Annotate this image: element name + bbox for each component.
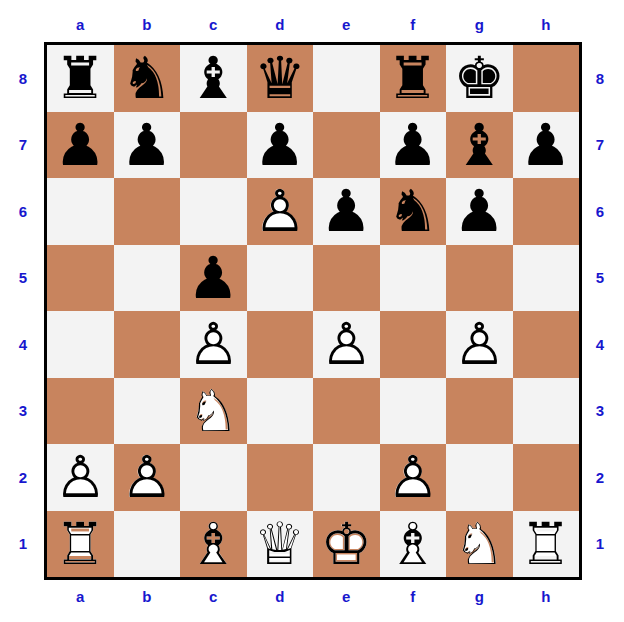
square-h3[interactable]: [513, 378, 580, 445]
piece-white-rook[interactable]: ♜♖: [520, 515, 572, 573]
square-d4[interactable]: [247, 311, 314, 378]
white-rook-outline-glyph: ♖: [54, 510, 106, 578]
white-knight-outline-glyph: ♘: [453, 510, 505, 578]
square-a5[interactable]: [47, 245, 114, 312]
rank-label-7: 7: [580, 112, 620, 179]
rank-label-4: 4: [2, 311, 44, 378]
piece-black-pawn[interactable]: ♟: [320, 182, 372, 240]
piece-black-king[interactable]: ♚: [453, 49, 505, 107]
piece-black-pawn[interactable]: ♟: [187, 249, 239, 307]
square-g3[interactable]: [446, 378, 513, 445]
square-d1[interactable]: ♛♕: [247, 511, 314, 578]
square-c6[interactable]: [180, 178, 247, 245]
rank-labels-right: 87654321: [580, 45, 620, 577]
piece-black-pawn[interactable]: ♟: [254, 116, 306, 174]
square-h1[interactable]: ♜♖: [513, 511, 580, 578]
piece-black-bishop[interactable]: ♝: [187, 49, 239, 107]
square-a6[interactable]: [47, 178, 114, 245]
rank-label-2: 2: [2, 444, 44, 511]
file-label-e: e: [313, 12, 380, 36]
square-d3[interactable]: [247, 378, 314, 445]
square-b1[interactable]: [114, 511, 181, 578]
square-d6[interactable]: ♟♙: [247, 178, 314, 245]
rank-label-3: 3: [580, 378, 620, 445]
piece-black-queen[interactable]: ♛: [254, 49, 306, 107]
white-knight-outline-glyph: ♘: [187, 377, 239, 445]
white-bishop-outline-glyph: ♗: [387, 510, 439, 578]
file-label-f: f: [380, 12, 447, 36]
piece-black-pawn[interactable]: ♟: [54, 116, 106, 174]
square-h4[interactable]: [513, 311, 580, 378]
square-f2[interactable]: ♟♙: [380, 444, 447, 511]
white-rook-outline-glyph: ♖: [520, 510, 572, 578]
square-d7[interactable]: ♟: [247, 112, 314, 179]
white-pawn-outline-glyph: ♙: [187, 310, 239, 378]
piece-black-knight[interactable]: ♞: [387, 182, 439, 240]
file-label-c: c: [180, 12, 247, 36]
piece-white-king[interactable]: ♚♔: [320, 515, 372, 573]
square-c1[interactable]: ♝♗: [180, 511, 247, 578]
rank-label-1: 1: [580, 511, 620, 578]
square-b7[interactable]: ♟: [114, 112, 181, 179]
square-e1[interactable]: ♚♔: [313, 511, 380, 578]
square-d8[interactable]: ♛: [247, 45, 314, 112]
piece-black-pawn[interactable]: ♟: [121, 116, 173, 174]
square-b4[interactable]: [114, 311, 181, 378]
rank-labels-left: 87654321: [2, 45, 44, 577]
square-a8[interactable]: ♜: [47, 45, 114, 112]
piece-white-knight[interactable]: ♞♘: [187, 382, 239, 440]
piece-black-pawn[interactable]: ♟: [453, 182, 505, 240]
piece-white-pawn[interactable]: ♟♙: [453, 315, 505, 373]
file-label-g: g: [446, 12, 513, 36]
piece-white-bishop[interactable]: ♝♗: [387, 515, 439, 573]
square-a7[interactable]: ♟: [47, 112, 114, 179]
square-c5[interactable]: ♟: [180, 245, 247, 312]
rank-label-7: 7: [2, 112, 44, 179]
square-c3[interactable]: ♞♘: [180, 378, 247, 445]
rank-label-8: 8: [580, 45, 620, 112]
white-pawn-outline-glyph: ♙: [387, 443, 439, 511]
file-label-g: g: [446, 584, 513, 608]
square-g6[interactable]: ♟: [446, 178, 513, 245]
square-f8[interactable]: ♜: [380, 45, 447, 112]
square-a4[interactable]: [47, 311, 114, 378]
file-labels-bottom: abcdefgh: [47, 584, 579, 608]
square-g5[interactable]: [446, 245, 513, 312]
white-pawn-outline-glyph: ♙: [320, 310, 372, 378]
square-e7[interactable]: [313, 112, 380, 179]
piece-white-pawn[interactable]: ♟♙: [187, 315, 239, 373]
piece-black-rook[interactable]: ♜: [387, 49, 439, 107]
square-f3[interactable]: [380, 378, 447, 445]
piece-black-knight[interactable]: ♞: [121, 49, 173, 107]
square-e5[interactable]: [313, 245, 380, 312]
rank-label-1: 1: [2, 511, 44, 578]
square-f6[interactable]: ♞: [380, 178, 447, 245]
square-f5[interactable]: [380, 245, 447, 312]
piece-white-pawn[interactable]: ♟♙: [54, 448, 106, 506]
white-king-outline-glyph: ♔: [320, 510, 372, 578]
square-e8[interactable]: [313, 45, 380, 112]
piece-white-queen[interactable]: ♛♕: [254, 515, 306, 573]
square-e3[interactable]: [313, 378, 380, 445]
file-label-d: d: [247, 584, 314, 608]
square-e4[interactable]: ♟♙: [313, 311, 380, 378]
chess-diagram: abcdefgh abcdefgh 87654321 87654321 ♜♞♝♛…: [0, 0, 624, 622]
rank-label-3: 3: [2, 378, 44, 445]
square-c7[interactable]: [180, 112, 247, 179]
square-b5[interactable]: [114, 245, 181, 312]
piece-white-pawn[interactable]: ♟♙: [320, 315, 372, 373]
file-label-h: h: [513, 12, 580, 36]
square-c2[interactable]: [180, 444, 247, 511]
piece-black-pawn[interactable]: ♟: [520, 116, 572, 174]
white-pawn-outline-glyph: ♙: [54, 443, 106, 511]
file-label-a: a: [47, 584, 114, 608]
square-h8[interactable]: [513, 45, 580, 112]
square-d2[interactable]: [247, 444, 314, 511]
square-h7[interactable]: ♟: [513, 112, 580, 179]
white-queen-outline-glyph: ♕: [254, 510, 306, 578]
piece-white-knight[interactable]: ♞♘: [453, 515, 505, 573]
piece-white-rook[interactable]: ♜♖: [54, 515, 106, 573]
square-b3[interactable]: [114, 378, 181, 445]
square-f4[interactable]: [380, 311, 447, 378]
square-b6[interactable]: [114, 178, 181, 245]
rank-label-6: 6: [580, 178, 620, 245]
white-pawn-outline-glyph: ♙: [453, 310, 505, 378]
piece-white-bishop[interactable]: ♝♗: [187, 515, 239, 573]
square-f7[interactable]: ♟: [380, 112, 447, 179]
rank-label-2: 2: [580, 444, 620, 511]
piece-black-rook[interactable]: ♜: [54, 49, 106, 107]
file-label-b: b: [114, 584, 181, 608]
square-g1[interactable]: ♞♘: [446, 511, 513, 578]
square-d5[interactable]: [247, 245, 314, 312]
square-c4[interactable]: ♟♙: [180, 311, 247, 378]
rank-label-6: 6: [2, 178, 44, 245]
square-e2[interactable]: [313, 444, 380, 511]
square-h6[interactable]: [513, 178, 580, 245]
file-label-e: e: [313, 584, 380, 608]
square-e6[interactable]: ♟: [313, 178, 380, 245]
square-a3[interactable]: [47, 378, 114, 445]
piece-white-pawn[interactable]: ♟♙: [387, 448, 439, 506]
square-g4[interactable]: ♟♙: [446, 311, 513, 378]
file-label-f: f: [380, 584, 447, 608]
file-label-b: b: [114, 12, 181, 36]
chess-board: ♜♞♝♛♜♚♟♟♟♟♝♟♟♙♟♞♟♟♟♙♟♙♟♙♞♘♟♙♟♙♟♙♜♖♝♗♛♕♚♔…: [44, 42, 582, 580]
white-pawn-outline-glyph: ♙: [121, 443, 173, 511]
square-f1[interactable]: ♝♗: [380, 511, 447, 578]
square-b2[interactable]: ♟♙: [114, 444, 181, 511]
piece-black-bishop[interactable]: ♝: [453, 116, 505, 174]
file-label-a: a: [47, 12, 114, 36]
file-label-c: c: [180, 584, 247, 608]
rank-label-8: 8: [2, 45, 44, 112]
piece-white-pawn[interactable]: ♟♙: [254, 182, 306, 240]
square-b8[interactable]: ♞: [114, 45, 181, 112]
square-a2[interactable]: ♟♙: [47, 444, 114, 511]
file-labels-top: abcdefgh: [47, 12, 579, 36]
rank-label-5: 5: [2, 245, 44, 312]
square-a1[interactable]: ♜♖: [47, 511, 114, 578]
rank-label-5: 5: [580, 245, 620, 312]
square-g8[interactable]: ♚: [446, 45, 513, 112]
square-g2[interactable]: [446, 444, 513, 511]
white-pawn-outline-glyph: ♙: [254, 177, 306, 245]
square-g7[interactable]: ♝: [446, 112, 513, 179]
piece-white-pawn[interactable]: ♟♙: [121, 448, 173, 506]
file-label-d: d: [247, 12, 314, 36]
square-c8[interactable]: ♝: [180, 45, 247, 112]
file-label-h: h: [513, 584, 580, 608]
rank-label-4: 4: [580, 311, 620, 378]
square-h2[interactable]: [513, 444, 580, 511]
square-h5[interactable]: [513, 245, 580, 312]
white-bishop-outline-glyph: ♗: [187, 510, 239, 578]
piece-black-pawn[interactable]: ♟: [387, 116, 439, 174]
